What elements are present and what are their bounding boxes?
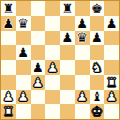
- square-h1[interactable]: [104, 104, 119, 119]
- black-rook-icon: ♜: [62, 1, 74, 14]
- square-d2[interactable]: [45, 90, 60, 105]
- square-d3[interactable]: [45, 75, 60, 90]
- chess-board: ♜♜♚♟♛♟♟♟♛♟♟♟♟♞♟♜♟♟♟♝♟♜♚: [0, 0, 120, 120]
- square-h5[interactable]: [104, 45, 119, 60]
- square-c8[interactable]: [31, 1, 46, 16]
- square-h4[interactable]: [104, 60, 119, 75]
- white-pawn-icon: ♟: [76, 90, 88, 103]
- square-a8[interactable]: ♜: [1, 1, 16, 16]
- square-g8[interactable]: ♚: [90, 1, 105, 16]
- white-pawn-icon: ♟: [47, 60, 59, 73]
- black-queen-icon: ♛: [17, 16, 29, 29]
- white-king-icon: ♚: [91, 105, 103, 118]
- black-pawn-icon: ♟: [91, 31, 103, 44]
- square-b1[interactable]: [16, 104, 31, 119]
- black-rook-icon: ♜: [3, 1, 15, 14]
- square-c2[interactable]: [31, 90, 46, 105]
- square-d5[interactable]: [45, 45, 60, 60]
- square-c1[interactable]: [31, 104, 46, 119]
- square-d1[interactable]: [45, 104, 60, 119]
- square-a3[interactable]: [1, 75, 16, 90]
- black-pawn-icon: ♟: [62, 31, 74, 44]
- square-f8[interactable]: [75, 1, 90, 16]
- square-b6[interactable]: [16, 31, 31, 46]
- square-c6[interactable]: [31, 31, 46, 46]
- square-e1[interactable]: [60, 104, 75, 119]
- square-g4[interactable]: ♞: [90, 60, 105, 75]
- square-c5[interactable]: [31, 45, 46, 60]
- square-a1[interactable]: ♜: [1, 104, 16, 119]
- square-a2[interactable]: ♟: [1, 90, 16, 105]
- square-b2[interactable]: ♟: [16, 90, 31, 105]
- black-king-icon: ♚: [91, 1, 103, 14]
- black-pawn-icon: ♟: [32, 60, 44, 73]
- square-c3[interactable]: ♟: [31, 75, 46, 90]
- square-d7[interactable]: [45, 16, 60, 31]
- black-pawn-icon: ♟: [76, 16, 88, 29]
- white-knight-icon: ♞: [91, 60, 103, 73]
- square-f7[interactable]: ♟: [75, 16, 90, 31]
- square-f4[interactable]: [75, 60, 90, 75]
- square-e6[interactable]: ♟: [60, 31, 75, 46]
- square-d6[interactable]: [45, 31, 60, 46]
- square-a4[interactable]: [1, 60, 16, 75]
- square-b5[interactable]: ♟: [16, 45, 31, 60]
- black-pawn-icon: ♟: [17, 46, 29, 59]
- square-h3[interactable]: ♜: [104, 75, 119, 90]
- white-pawn-icon: ♟: [106, 90, 118, 103]
- square-f5[interactable]: [75, 45, 90, 60]
- square-g3[interactable]: [90, 75, 105, 90]
- square-f2[interactable]: ♟: [75, 90, 90, 105]
- square-g6[interactable]: ♟: [90, 31, 105, 46]
- square-e4[interactable]: [60, 60, 75, 75]
- square-a5[interactable]: [1, 45, 16, 60]
- black-pawn-icon: ♟: [3, 16, 15, 29]
- square-g2[interactable]: ♝: [90, 90, 105, 105]
- white-rook-icon: ♜: [3, 105, 15, 118]
- square-e8[interactable]: ♜: [60, 1, 75, 16]
- square-h6[interactable]: [104, 31, 119, 46]
- square-e7[interactable]: [60, 16, 75, 31]
- square-f1[interactable]: [75, 104, 90, 119]
- square-f6[interactable]: ♛: [75, 31, 90, 46]
- black-bishop-icon: ♝: [91, 90, 103, 103]
- square-g1[interactable]: ♚: [90, 104, 105, 119]
- square-h7[interactable]: ♟: [104, 16, 119, 31]
- square-a6[interactable]: [1, 31, 16, 46]
- square-e5[interactable]: [60, 45, 75, 60]
- square-c7[interactable]: [31, 16, 46, 31]
- square-e2[interactable]: [60, 90, 75, 105]
- white-rook-icon: ♜: [106, 75, 118, 88]
- square-a7[interactable]: ♟: [1, 16, 16, 31]
- square-e3[interactable]: [60, 75, 75, 90]
- square-h2[interactable]: ♟: [104, 90, 119, 105]
- white-pawn-icon: ♟: [3, 90, 15, 103]
- square-b4[interactable]: [16, 60, 31, 75]
- square-c4[interactable]: ♟: [31, 60, 46, 75]
- black-pawn-icon: ♟: [106, 16, 118, 29]
- white-pawn-icon: ♟: [32, 75, 44, 88]
- square-g7[interactable]: [90, 16, 105, 31]
- square-g5[interactable]: [90, 45, 105, 60]
- square-d4[interactable]: ♟: [45, 60, 60, 75]
- square-b3[interactable]: [16, 75, 31, 90]
- black-queen-icon: ♛: [76, 31, 88, 44]
- square-f3[interactable]: [75, 75, 90, 90]
- square-b8[interactable]: [16, 1, 31, 16]
- square-h8[interactable]: [104, 1, 119, 16]
- square-b7[interactable]: ♛: [16, 16, 31, 31]
- square-d8[interactable]: [45, 1, 60, 16]
- white-pawn-icon: ♟: [17, 90, 29, 103]
